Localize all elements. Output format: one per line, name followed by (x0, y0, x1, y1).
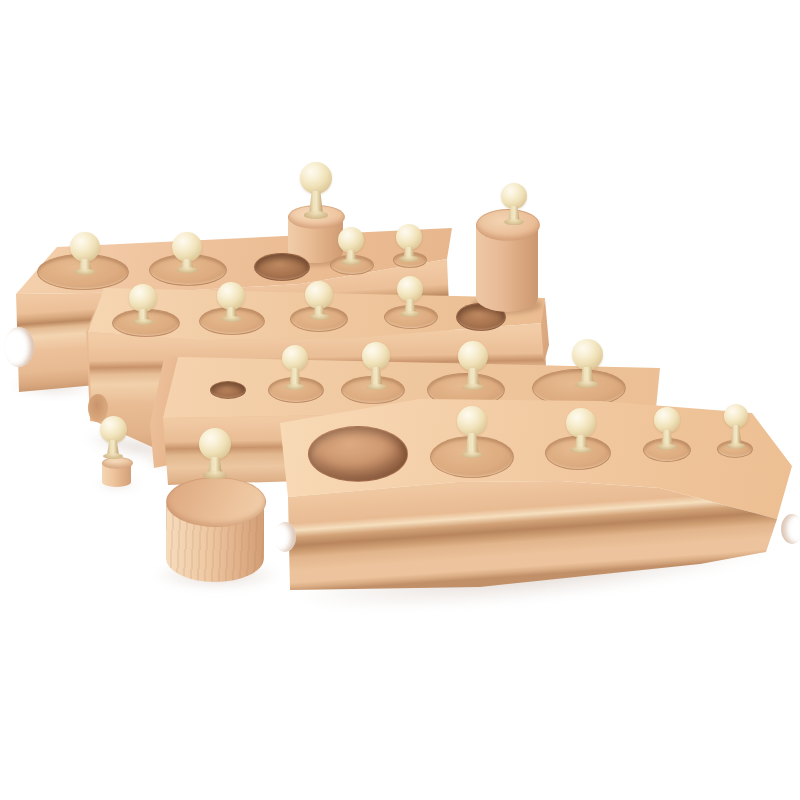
cylinder-knob-base (309, 314, 330, 320)
loose-cylinder-on-block2-top (476, 209, 540, 241)
cylinder-knob (566, 408, 596, 438)
cylinder-knob-base (400, 311, 420, 317)
cylinder-knob (129, 284, 157, 312)
cylinder-knob (300, 162, 332, 194)
cylinder-knob (572, 339, 603, 370)
cylinder-knob-base (133, 319, 154, 325)
cylinder-knob-base (103, 453, 123, 459)
cylinder-knob (397, 276, 423, 302)
cylinder-knob (70, 232, 100, 262)
cylinder-knob-base (366, 384, 387, 390)
cylinder-knob (396, 224, 422, 250)
cylinder-knob-base (399, 256, 419, 262)
cylinder-knob-base (341, 259, 361, 265)
cylinder-knob-base (504, 219, 524, 225)
empty-socket-hole (210, 381, 246, 399)
cylinder-knob (724, 404, 748, 428)
cylinder-knob (654, 407, 680, 433)
cylinder-knob (338, 227, 364, 253)
cylinder-knob-base (657, 444, 677, 450)
cylinder-knob (199, 428, 231, 460)
cylinder-knob-base (727, 443, 745, 448)
cylinder-knob (305, 281, 333, 309)
groove-notch (781, 514, 800, 544)
cylinder-knob (501, 183, 527, 209)
photo-canvas (0, 0, 800, 800)
groove-notch (274, 522, 296, 552)
cylinder-knob-base (285, 384, 305, 390)
cylinder-knob-base (575, 381, 598, 388)
loose-cylinder-large-top (166, 477, 266, 527)
loose-cylinder-small-top (102, 457, 133, 469)
cylinder-knob (100, 416, 127, 443)
cylinder-knob (217, 282, 245, 310)
cylinder-knob (458, 341, 488, 371)
cylinder-knob-base (304, 211, 328, 218)
cylinder-knob (282, 345, 308, 371)
empty-socket-hole-large (308, 426, 408, 482)
cylinder-knob (457, 406, 487, 436)
cylinder-knob-base (203, 471, 227, 478)
cylinder-knob (362, 342, 390, 370)
cylinder-knob-base (221, 316, 242, 322)
cylinder-knob (172, 232, 202, 262)
empty-socket-hole (254, 253, 310, 281)
groove-notch (4, 327, 34, 367)
